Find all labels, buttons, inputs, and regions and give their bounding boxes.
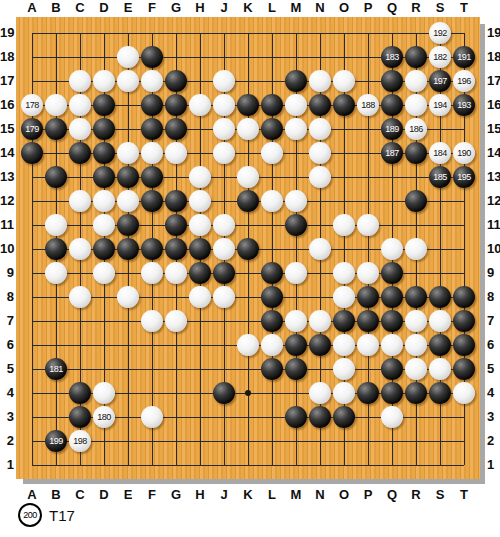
board-point-N5[interactable] [308, 357, 332, 381]
board-point-B1[interactable] [44, 453, 68, 477]
board-point-P3[interactable] [356, 405, 380, 429]
board-point-P6[interactable] [356, 333, 380, 357]
board-point-C18[interactable] [68, 45, 92, 69]
board-point-S19[interactable]: 192 [428, 21, 452, 45]
board-point-P4[interactable] [356, 381, 380, 405]
board-point-B9[interactable] [44, 261, 68, 285]
board-point-J1[interactable] [212, 453, 236, 477]
board-point-L8[interactable] [260, 285, 284, 309]
board-point-J8[interactable] [212, 285, 236, 309]
board-point-H4[interactable] [188, 381, 212, 405]
board-point-F18[interactable] [140, 45, 164, 69]
board-point-E11[interactable] [116, 213, 140, 237]
board-point-B12[interactable] [44, 189, 68, 213]
board-point-O2[interactable] [332, 429, 356, 453]
board-point-D5[interactable] [92, 357, 116, 381]
board-point-C6[interactable] [68, 333, 92, 357]
board-point-Q18[interactable]: 183 [380, 45, 404, 69]
board-point-K6[interactable] [236, 333, 260, 357]
board-point-M8[interactable] [284, 285, 308, 309]
board-point-E3[interactable] [116, 405, 140, 429]
board-point-S11[interactable] [428, 213, 452, 237]
board-point-D9[interactable] [92, 261, 116, 285]
board-point-A3[interactable] [20, 405, 44, 429]
board-point-E17[interactable] [116, 69, 140, 93]
board-point-P17[interactable] [356, 69, 380, 93]
board-point-R11[interactable] [404, 213, 428, 237]
board-point-R14[interactable] [404, 141, 428, 165]
board-point-K18[interactable] [236, 45, 260, 69]
board-point-K10[interactable] [236, 237, 260, 261]
board-point-R10[interactable] [404, 237, 428, 261]
board-point-O3[interactable] [332, 405, 356, 429]
board-point-N13[interactable] [308, 165, 332, 189]
board-point-H1[interactable] [188, 453, 212, 477]
board-point-S14[interactable]: 184 [428, 141, 452, 165]
board-point-B16[interactable] [44, 93, 68, 117]
board-point-P10[interactable] [356, 237, 380, 261]
board-point-D12[interactable] [92, 189, 116, 213]
board-point-E1[interactable] [116, 453, 140, 477]
board-point-J12[interactable] [212, 189, 236, 213]
board-point-F15[interactable] [140, 117, 164, 141]
board-point-S13[interactable]: 185 [428, 165, 452, 189]
board-point-B17[interactable] [44, 69, 68, 93]
board-point-K5[interactable] [236, 357, 260, 381]
board-point-G16[interactable] [164, 93, 188, 117]
board-point-O16[interactable] [332, 93, 356, 117]
board-point-H6[interactable] [188, 333, 212, 357]
board-point-A18[interactable] [20, 45, 44, 69]
board-point-N19[interactable] [308, 21, 332, 45]
board-point-R3[interactable] [404, 405, 428, 429]
board-point-K9[interactable] [236, 261, 260, 285]
board-point-P2[interactable] [356, 429, 380, 453]
board-point-B7[interactable] [44, 309, 68, 333]
board-point-M1[interactable] [284, 453, 308, 477]
board-point-L14[interactable] [260, 141, 284, 165]
board-point-S10[interactable] [428, 237, 452, 261]
board-point-H10[interactable] [188, 237, 212, 261]
board-point-J14[interactable] [212, 141, 236, 165]
board-point-G12[interactable] [164, 189, 188, 213]
board-point-E4[interactable] [116, 381, 140, 405]
board-point-G1[interactable] [164, 453, 188, 477]
board-point-F3[interactable] [140, 405, 164, 429]
board-point-R7[interactable] [404, 309, 428, 333]
board-point-T5[interactable] [452, 357, 476, 381]
board-point-B6[interactable] [44, 333, 68, 357]
board-point-B2[interactable]: 199 [44, 429, 68, 453]
board-point-A1[interactable] [20, 453, 44, 477]
board-point-N18[interactable] [308, 45, 332, 69]
board-point-J16[interactable] [212, 93, 236, 117]
board-point-R8[interactable] [404, 285, 428, 309]
board-point-Q6[interactable] [380, 333, 404, 357]
board-point-S3[interactable] [428, 405, 452, 429]
board-point-B3[interactable] [44, 405, 68, 429]
board-point-P16[interactable]: 188 [356, 93, 380, 117]
board-point-Q19[interactable] [380, 21, 404, 45]
board-point-S2[interactable] [428, 429, 452, 453]
board-point-N4[interactable] [308, 381, 332, 405]
board-point-J10[interactable] [212, 237, 236, 261]
board-point-C1[interactable] [68, 453, 92, 477]
board-point-G6[interactable] [164, 333, 188, 357]
board-point-H18[interactable] [188, 45, 212, 69]
board-point-B11[interactable] [44, 213, 68, 237]
board-point-L6[interactable] [260, 333, 284, 357]
board-point-T2[interactable] [452, 429, 476, 453]
board-point-L12[interactable] [260, 189, 284, 213]
board-point-M2[interactable] [284, 429, 308, 453]
board-point-J13[interactable] [212, 165, 236, 189]
board-point-H7[interactable] [188, 309, 212, 333]
board-point-P7[interactable] [356, 309, 380, 333]
board-point-H12[interactable] [188, 189, 212, 213]
board-point-F12[interactable] [140, 189, 164, 213]
board-point-R4[interactable] [404, 381, 428, 405]
board-point-L5[interactable] [260, 357, 284, 381]
board-point-F8[interactable] [140, 285, 164, 309]
board-point-O5[interactable] [332, 357, 356, 381]
board-point-Q14[interactable]: 187 [380, 141, 404, 165]
board-point-J18[interactable] [212, 45, 236, 69]
board-point-H2[interactable] [188, 429, 212, 453]
board-point-D17[interactable] [92, 69, 116, 93]
board-point-N17[interactable] [308, 69, 332, 93]
board-point-N3[interactable] [308, 405, 332, 429]
board-point-E19[interactable] [116, 21, 140, 45]
board-point-E2[interactable] [116, 429, 140, 453]
board-point-D2[interactable] [92, 429, 116, 453]
board-point-P1[interactable] [356, 453, 380, 477]
board-point-K16[interactable] [236, 93, 260, 117]
board-point-N14[interactable] [308, 141, 332, 165]
board-point-F10[interactable] [140, 237, 164, 261]
board-point-B10[interactable] [44, 237, 68, 261]
board-point-G14[interactable] [164, 141, 188, 165]
board-point-N16[interactable] [308, 93, 332, 117]
board-point-M3[interactable] [284, 405, 308, 429]
board-point-L2[interactable] [260, 429, 284, 453]
board-point-S9[interactable] [428, 261, 452, 285]
board-point-F17[interactable] [140, 69, 164, 93]
board-point-C2[interactable]: 198 [68, 429, 92, 453]
board-point-K15[interactable] [236, 117, 260, 141]
board-point-D11[interactable] [92, 213, 116, 237]
board-point-R16[interactable] [404, 93, 428, 117]
board-point-M18[interactable] [284, 45, 308, 69]
board-point-G2[interactable] [164, 429, 188, 453]
board-point-L16[interactable] [260, 93, 284, 117]
board-point-F7[interactable] [140, 309, 164, 333]
board-point-A11[interactable] [20, 213, 44, 237]
board-point-D3[interactable]: 180 [92, 405, 116, 429]
board-point-T9[interactable] [452, 261, 476, 285]
board-point-O11[interactable] [332, 213, 356, 237]
board-point-D7[interactable] [92, 309, 116, 333]
board-point-T15[interactable] [452, 117, 476, 141]
board-point-S12[interactable] [428, 189, 452, 213]
board-point-N9[interactable] [308, 261, 332, 285]
board-point-S1[interactable] [428, 453, 452, 477]
board-point-O14[interactable] [332, 141, 356, 165]
board-point-K14[interactable] [236, 141, 260, 165]
board-point-Q5[interactable] [380, 357, 404, 381]
board-point-R17[interactable] [404, 69, 428, 93]
board-point-T12[interactable] [452, 189, 476, 213]
board-point-L4[interactable] [260, 381, 284, 405]
board-point-N15[interactable] [308, 117, 332, 141]
board-point-O9[interactable] [332, 261, 356, 285]
board-point-A2[interactable] [20, 429, 44, 453]
board-point-L7[interactable] [260, 309, 284, 333]
board-point-C10[interactable] [68, 237, 92, 261]
board-point-S17[interactable]: 197 [428, 69, 452, 93]
board-point-E14[interactable] [116, 141, 140, 165]
board-point-E12[interactable] [116, 189, 140, 213]
board-point-Q17[interactable] [380, 69, 404, 93]
board-point-M10[interactable] [284, 237, 308, 261]
board-point-L13[interactable] [260, 165, 284, 189]
board-point-A6[interactable] [20, 333, 44, 357]
board-point-B4[interactable] [44, 381, 68, 405]
board-point-A16[interactable]: 178 [20, 93, 44, 117]
board-point-L11[interactable] [260, 213, 284, 237]
board-point-M16[interactable] [284, 93, 308, 117]
board-point-C11[interactable] [68, 213, 92, 237]
board-point-M5[interactable] [284, 357, 308, 381]
board-point-Q3[interactable] [380, 405, 404, 429]
board-point-S16[interactable]: 194 [428, 93, 452, 117]
board-point-K13[interactable] [236, 165, 260, 189]
board-point-L18[interactable] [260, 45, 284, 69]
board-point-A8[interactable] [20, 285, 44, 309]
board-point-C15[interactable] [68, 117, 92, 141]
board-point-G5[interactable] [164, 357, 188, 381]
board-point-C19[interactable] [68, 21, 92, 45]
board-point-D13[interactable] [92, 165, 116, 189]
board-point-E15[interactable] [116, 117, 140, 141]
board-point-F9[interactable] [140, 261, 164, 285]
board-point-K3[interactable] [236, 405, 260, 429]
board-point-Q11[interactable] [380, 213, 404, 237]
board-point-R1[interactable] [404, 453, 428, 477]
board-point-A19[interactable] [20, 21, 44, 45]
board-point-D18[interactable] [92, 45, 116, 69]
board-point-C3[interactable] [68, 405, 92, 429]
board-point-S4[interactable] [428, 381, 452, 405]
board-point-C5[interactable] [68, 357, 92, 381]
board-point-T11[interactable] [452, 213, 476, 237]
board-point-D14[interactable] [92, 141, 116, 165]
board-point-E16[interactable] [116, 93, 140, 117]
board-point-K17[interactable] [236, 69, 260, 93]
board-point-L19[interactable] [260, 21, 284, 45]
board-point-E7[interactable] [116, 309, 140, 333]
board-point-G10[interactable] [164, 237, 188, 261]
board-point-R19[interactable] [404, 21, 428, 45]
board-point-D6[interactable] [92, 333, 116, 357]
board-point-B14[interactable] [44, 141, 68, 165]
board-point-L9[interactable] [260, 261, 284, 285]
board-point-A14[interactable] [20, 141, 44, 165]
board-point-K1[interactable] [236, 453, 260, 477]
board-point-O1[interactable] [332, 453, 356, 477]
board-point-Q8[interactable] [380, 285, 404, 309]
board-point-C17[interactable] [68, 69, 92, 93]
board-point-N7[interactable] [308, 309, 332, 333]
board-point-Q10[interactable] [380, 237, 404, 261]
board-point-T1[interactable] [452, 453, 476, 477]
board-point-J5[interactable] [212, 357, 236, 381]
board-point-H14[interactable] [188, 141, 212, 165]
board-point-T19[interactable] [452, 21, 476, 45]
board-point-M6[interactable] [284, 333, 308, 357]
board-point-C4[interactable] [68, 381, 92, 405]
board-point-N12[interactable] [308, 189, 332, 213]
board-point-P18[interactable] [356, 45, 380, 69]
board-point-G13[interactable] [164, 165, 188, 189]
board-point-A17[interactable] [20, 69, 44, 93]
board-point-L10[interactable] [260, 237, 284, 261]
board-point-J9[interactable] [212, 261, 236, 285]
board-point-A7[interactable] [20, 309, 44, 333]
board-point-H17[interactable] [188, 69, 212, 93]
board-point-K7[interactable] [236, 309, 260, 333]
board-point-H9[interactable] [188, 261, 212, 285]
board-point-O19[interactable] [332, 21, 356, 45]
board-point-M4[interactable] [284, 381, 308, 405]
board-point-A4[interactable] [20, 381, 44, 405]
board-point-O18[interactable] [332, 45, 356, 69]
board-point-H5[interactable] [188, 357, 212, 381]
board-point-F16[interactable] [140, 93, 164, 117]
board-point-A13[interactable] [20, 165, 44, 189]
board-point-M17[interactable] [284, 69, 308, 93]
board-point-E6[interactable] [116, 333, 140, 357]
board-point-J19[interactable] [212, 21, 236, 45]
board-point-N8[interactable] [308, 285, 332, 309]
board-point-E8[interactable] [116, 285, 140, 309]
board-point-F19[interactable] [140, 21, 164, 45]
board-point-O17[interactable] [332, 69, 356, 93]
board-point-S15[interactable] [428, 117, 452, 141]
board-point-O15[interactable] [332, 117, 356, 141]
board-point-N10[interactable] [308, 237, 332, 261]
board-point-R15[interactable]: 186 [404, 117, 428, 141]
board-point-E5[interactable] [116, 357, 140, 381]
board-point-T7[interactable] [452, 309, 476, 333]
board-point-P15[interactable] [356, 117, 380, 141]
board-point-S6[interactable] [428, 333, 452, 357]
board-point-T18[interactable]: 191 [452, 45, 476, 69]
board-point-C8[interactable] [68, 285, 92, 309]
board-point-R9[interactable] [404, 261, 428, 285]
board-point-S18[interactable]: 182 [428, 45, 452, 69]
board-point-P14[interactable] [356, 141, 380, 165]
board-point-M13[interactable] [284, 165, 308, 189]
board-point-G17[interactable] [164, 69, 188, 93]
board-point-E13[interactable] [116, 165, 140, 189]
board-point-F14[interactable] [140, 141, 164, 165]
board-point-B18[interactable] [44, 45, 68, 69]
board-point-J17[interactable] [212, 69, 236, 93]
board-point-O13[interactable] [332, 165, 356, 189]
board-point-P13[interactable] [356, 165, 380, 189]
board-point-N1[interactable] [308, 453, 332, 477]
board-point-L17[interactable] [260, 69, 284, 93]
board-point-J2[interactable] [212, 429, 236, 453]
board-point-F11[interactable] [140, 213, 164, 237]
board-point-C9[interactable] [68, 261, 92, 285]
board-point-A15[interactable]: 179 [20, 117, 44, 141]
board-point-C12[interactable] [68, 189, 92, 213]
board-point-H16[interactable] [188, 93, 212, 117]
board-point-G18[interactable] [164, 45, 188, 69]
board-point-A10[interactable] [20, 237, 44, 261]
board-point-P19[interactable] [356, 21, 380, 45]
board-point-M19[interactable] [284, 21, 308, 45]
board-point-G8[interactable] [164, 285, 188, 309]
board-point-A12[interactable] [20, 189, 44, 213]
board-point-D16[interactable] [92, 93, 116, 117]
board-point-K19[interactable] [236, 21, 260, 45]
board-point-F6[interactable] [140, 333, 164, 357]
board-point-T6[interactable] [452, 333, 476, 357]
board-point-P5[interactable] [356, 357, 380, 381]
board-point-R12[interactable] [404, 189, 428, 213]
board-point-Q15[interactable]: 189 [380, 117, 404, 141]
board-point-K2[interactable] [236, 429, 260, 453]
board-point-G7[interactable] [164, 309, 188, 333]
board-point-T16[interactable]: 193 [452, 93, 476, 117]
board-point-H13[interactable] [188, 165, 212, 189]
board-point-K11[interactable] [236, 213, 260, 237]
board-point-A5[interactable] [20, 357, 44, 381]
board-point-G9[interactable] [164, 261, 188, 285]
board-point-Q1[interactable] [380, 453, 404, 477]
board-point-K12[interactable] [236, 189, 260, 213]
board-point-J7[interactable] [212, 309, 236, 333]
board-point-J3[interactable] [212, 405, 236, 429]
board-point-J11[interactable] [212, 213, 236, 237]
board-point-Q16[interactable] [380, 93, 404, 117]
board-point-N6[interactable] [308, 333, 332, 357]
board-point-E10[interactable] [116, 237, 140, 261]
board-point-G4[interactable] [164, 381, 188, 405]
board-point-M15[interactable] [284, 117, 308, 141]
board-point-B19[interactable] [44, 21, 68, 45]
board-point-J6[interactable] [212, 333, 236, 357]
board-point-E18[interactable] [116, 45, 140, 69]
board-point-B15[interactable] [44, 117, 68, 141]
board-point-Q9[interactable] [380, 261, 404, 285]
board-point-P8[interactable] [356, 285, 380, 309]
board-point-S8[interactable] [428, 285, 452, 309]
board-point-D15[interactable] [92, 117, 116, 141]
board-point-H11[interactable] [188, 213, 212, 237]
board-point-J15[interactable] [212, 117, 236, 141]
board-point-O6[interactable] [332, 333, 356, 357]
board-point-R18[interactable] [404, 45, 428, 69]
board-point-C13[interactable] [68, 165, 92, 189]
board-point-Q4[interactable] [380, 381, 404, 405]
board-point-P12[interactable] [356, 189, 380, 213]
board-point-F4[interactable] [140, 381, 164, 405]
board-point-M7[interactable] [284, 309, 308, 333]
